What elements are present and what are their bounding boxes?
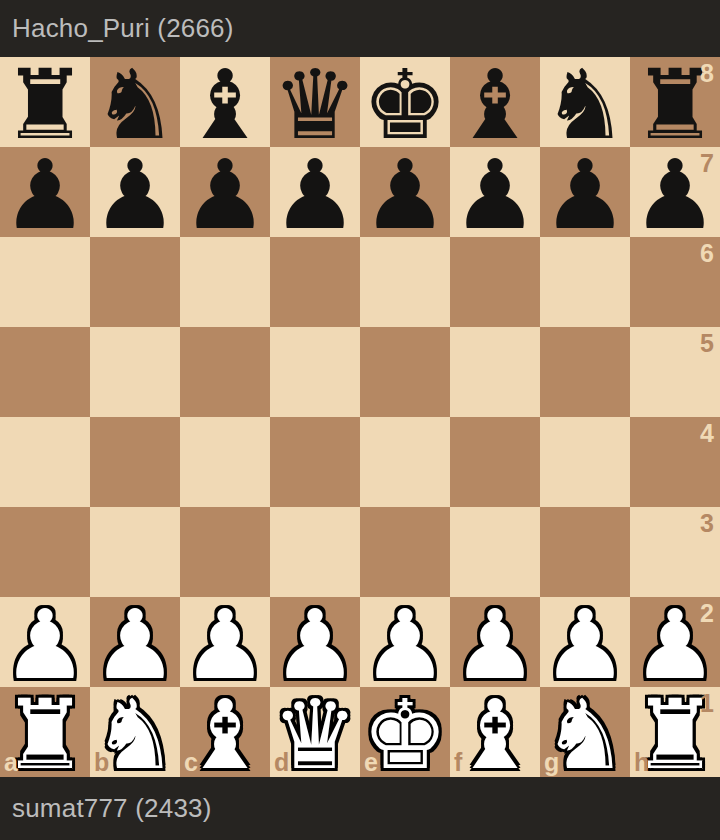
coord-rank-1: 1 [700, 691, 714, 716]
square-b6[interactable] [90, 237, 180, 327]
piece-black-bishop[interactable]: ♝ [450, 60, 540, 150]
square-c4[interactable] [180, 417, 270, 507]
square-e3[interactable] [360, 507, 450, 597]
square-c3[interactable] [180, 507, 270, 597]
coord-rank-4: 4 [700, 421, 714, 446]
piece-white-pawn[interactable]: ♟ [270, 600, 360, 690]
square-e5[interactable] [360, 327, 450, 417]
coord-file-a: a [4, 750, 18, 775]
square-b5[interactable] [90, 327, 180, 417]
square-h4[interactable]: 4 [630, 417, 720, 507]
piece-black-knight[interactable]: ♞ [540, 60, 630, 150]
square-f7[interactable]: ♟ [450, 147, 540, 237]
square-g5[interactable] [540, 327, 630, 417]
square-a7[interactable]: ♟ [0, 147, 90, 237]
coord-rank-3: 3 [700, 511, 714, 536]
piece-white-pawn[interactable]: ♟ [180, 600, 270, 690]
coord-file-h: h [634, 750, 649, 775]
square-e8[interactable]: ♚ [360, 57, 450, 147]
square-a3[interactable] [0, 507, 90, 597]
coord-rank-7: 7 [700, 151, 714, 176]
square-b7[interactable]: ♟ [90, 147, 180, 237]
square-e1[interactable]: ♚e [360, 687, 450, 777]
coord-rank-5: 5 [700, 331, 714, 356]
square-a1[interactable]: ♜a [0, 687, 90, 777]
square-a4[interactable] [0, 417, 90, 507]
square-c2[interactable]: ♟ [180, 597, 270, 687]
square-e2[interactable]: ♟ [360, 597, 450, 687]
square-c6[interactable] [180, 237, 270, 327]
square-f6[interactable] [450, 237, 540, 327]
square-e6[interactable] [360, 237, 450, 327]
coord-rank-8: 8 [700, 61, 714, 86]
square-h1[interactable]: ♜1h [630, 687, 720, 777]
square-h5[interactable]: 5 [630, 327, 720, 417]
square-c7[interactable]: ♟ [180, 147, 270, 237]
square-a8[interactable]: ♜ [0, 57, 90, 147]
square-a5[interactable] [0, 327, 90, 417]
square-g3[interactable] [540, 507, 630, 597]
square-d1[interactable]: ♛d [270, 687, 360, 777]
square-f8[interactable]: ♝ [450, 57, 540, 147]
coord-file-d: d [274, 750, 289, 775]
chess-board[interactable]: ♜♞♝♛♚♝♞♜8♟♟♟♟♟♟♟♟76543♟♟♟♟♟♟♟♟2♜a♞b♝c♛d♚… [0, 57, 720, 777]
square-f5[interactable] [450, 327, 540, 417]
piece-black-rook[interactable]: ♜ [0, 60, 90, 150]
square-d3[interactable] [270, 507, 360, 597]
square-g6[interactable] [540, 237, 630, 327]
piece-black-pawn[interactable]: ♟ [270, 150, 360, 240]
square-f3[interactable] [450, 507, 540, 597]
square-d6[interactable] [270, 237, 360, 327]
square-b8[interactable]: ♞ [90, 57, 180, 147]
square-g1[interactable]: ♞g [540, 687, 630, 777]
square-b1[interactable]: ♞b [90, 687, 180, 777]
square-c1[interactable]: ♝c [180, 687, 270, 777]
coord-file-g: g [544, 750, 559, 775]
piece-black-knight[interactable]: ♞ [90, 60, 180, 150]
piece-white-pawn[interactable]: ♟ [540, 600, 630, 690]
piece-black-pawn[interactable]: ♟ [0, 150, 90, 240]
coord-rank-2: 2 [700, 601, 714, 626]
square-c8[interactable]: ♝ [180, 57, 270, 147]
square-b4[interactable] [90, 417, 180, 507]
square-d8[interactable]: ♛ [270, 57, 360, 147]
square-g7[interactable]: ♟ [540, 147, 630, 237]
square-g2[interactable]: ♟ [540, 597, 630, 687]
piece-white-pawn[interactable]: ♟ [450, 600, 540, 690]
square-f4[interactable] [450, 417, 540, 507]
square-h6[interactable]: 6 [630, 237, 720, 327]
square-d5[interactable] [270, 327, 360, 417]
coord-file-e: e [364, 750, 378, 775]
piece-black-pawn[interactable]: ♟ [180, 150, 270, 240]
square-e7[interactable]: ♟ [360, 147, 450, 237]
square-a2[interactable]: ♟ [0, 597, 90, 687]
top-player-name: Hacho_Puri (2666) [12, 13, 234, 44]
square-h7[interactable]: ♟7 [630, 147, 720, 237]
square-g8[interactable]: ♞ [540, 57, 630, 147]
square-d7[interactable]: ♟ [270, 147, 360, 237]
square-e4[interactable] [360, 417, 450, 507]
bottom-player-name: sumat777 (2433) [12, 793, 212, 824]
piece-black-queen[interactable]: ♛ [270, 60, 360, 150]
square-f2[interactable]: ♟ [450, 597, 540, 687]
piece-white-pawn[interactable]: ♟ [0, 600, 90, 690]
piece-black-pawn[interactable]: ♟ [360, 150, 450, 240]
chess-app: Hacho_Puri (2666) ♜♞♝♛♚♝♞♜8♟♟♟♟♟♟♟♟76543… [0, 0, 720, 840]
square-b2[interactable]: ♟ [90, 597, 180, 687]
square-h3[interactable]: 3 [630, 507, 720, 597]
square-h8[interactable]: ♜8 [630, 57, 720, 147]
square-d2[interactable]: ♟ [270, 597, 360, 687]
piece-white-pawn[interactable]: ♟ [360, 600, 450, 690]
coord-rank-6: 6 [700, 241, 714, 266]
piece-black-pawn[interactable]: ♟ [90, 150, 180, 240]
square-a6[interactable] [0, 237, 90, 327]
piece-black-pawn[interactable]: ♟ [540, 150, 630, 240]
piece-white-bishop[interactable]: ♝ [450, 690, 540, 780]
coord-file-b: b [94, 750, 109, 775]
square-g4[interactable] [540, 417, 630, 507]
coord-file-c: c [184, 750, 198, 775]
square-f1[interactable]: ♝f [450, 687, 540, 777]
piece-black-pawn[interactable]: ♟ [450, 150, 540, 240]
piece-black-king[interactable]: ♚ [360, 60, 450, 150]
piece-white-pawn[interactable]: ♟ [90, 600, 180, 690]
square-h2[interactable]: ♟2 [630, 597, 720, 687]
square-b3[interactable] [90, 507, 180, 597]
piece-black-bishop[interactable]: ♝ [180, 60, 270, 150]
square-c5[interactable] [180, 327, 270, 417]
square-d4[interactable] [270, 417, 360, 507]
coord-file-f: f [454, 750, 462, 775]
